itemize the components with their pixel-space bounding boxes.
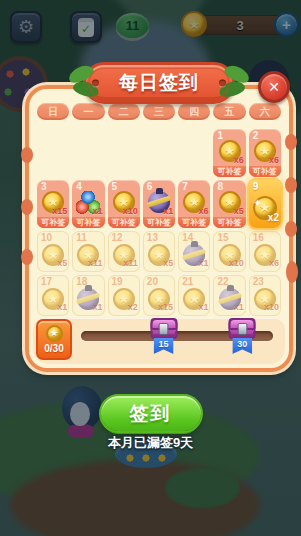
- day-cell-11: 11x11: [72, 231, 104, 272]
- frame-bump: [285, 177, 297, 193]
- reward-qty: x6: [269, 155, 279, 165]
- reward-qty: x2: [128, 302, 138, 312]
- frame-bump: [21, 199, 33, 215]
- day-cell-7[interactable]: 7x6可补签: [178, 180, 210, 228]
- day-number: 12: [112, 232, 123, 243]
- reward-qty: x5: [163, 258, 173, 268]
- day-number: 17: [41, 276, 52, 287]
- reward-qty: x11: [88, 258, 103, 268]
- day-cell-12: 12x11: [108, 231, 140, 272]
- day-number: 20: [147, 276, 158, 287]
- milestone-flag: 15: [154, 338, 174, 354]
- reward-qty: x10: [264, 302, 279, 312]
- frame-bump: [286, 261, 298, 283]
- weekday-pill: 一: [72, 103, 104, 120]
- close-icon: ✕: [268, 79, 280, 95]
- signin-dialog: 每日签到 ✕ 日一二三四五六 1x6可补签2x6可补签3x15可补签4x1可补签…: [25, 85, 293, 372]
- frame-bump: [285, 134, 297, 150]
- weekday-pill: 四: [178, 103, 210, 120]
- empty-cell: [143, 129, 175, 177]
- day-cell-14: 14x1: [178, 231, 210, 272]
- chest-icon[interactable]: [150, 318, 177, 339]
- progress-track: 1530: [81, 331, 273, 341]
- reward-qty: x6: [198, 206, 208, 216]
- reward-qty: x1: [57, 302, 67, 312]
- progress-band: 0/30 1530: [33, 318, 285, 364]
- day-cell-6[interactable]: 6x1可补签: [143, 180, 175, 228]
- day-cell-15: 15x10: [213, 231, 245, 272]
- close-button[interactable]: ✕: [258, 71, 290, 103]
- day-cell-16: 16x6: [249, 231, 281, 272]
- day-cell-10: 10x5: [37, 231, 69, 272]
- reward-qty: x6: [234, 155, 244, 165]
- day-cell-22: 22x1: [213, 275, 245, 316]
- day-cell-19: 19x2: [108, 275, 140, 316]
- retro-sign-ribbon: 可补签: [72, 217, 104, 228]
- weekday-pill: 二: [108, 103, 140, 120]
- reward-qty: x1: [234, 302, 244, 312]
- day-number: 11: [76, 232, 87, 243]
- reward-qty: x11: [123, 258, 138, 268]
- reward-qty: x1: [198, 258, 208, 268]
- day-number: 16: [253, 232, 264, 243]
- weekday-row: 日一二三四五六: [37, 103, 281, 120]
- day-number: 19: [112, 276, 123, 287]
- day-cell-4[interactable]: 4x1可补签: [72, 180, 104, 228]
- reward-qty: x15: [52, 206, 67, 216]
- day-cell-20: 20x15: [143, 275, 175, 316]
- reward-qty: x6: [269, 258, 279, 268]
- reward-qty: x1: [93, 302, 103, 312]
- day-number: 23: [253, 276, 264, 287]
- day-number: 13: [147, 232, 158, 243]
- retro-sign-ribbon: 可补签: [108, 217, 140, 228]
- retro-sign-ribbon: 可补签: [213, 166, 245, 177]
- sign-in-button[interactable]: 签到: [101, 396, 201, 431]
- retro-sign-ribbon: 可补签: [37, 217, 69, 228]
- milestone-flag: 30: [232, 338, 252, 354]
- screw-icon: [92, 80, 99, 87]
- screw-icon: [219, 80, 226, 87]
- retro-sign-ribbon: 可补签: [143, 217, 175, 228]
- day-number: 10: [41, 232, 52, 243]
- day-cell-18: 18x1: [72, 275, 104, 316]
- progress-count: 0/30: [44, 343, 63, 354]
- day-cell-17: 17x1: [37, 275, 69, 316]
- day-cell-13: 13x5: [143, 231, 175, 272]
- day-cell-8[interactable]: 8x5可补签: [213, 180, 245, 228]
- day-cell-9[interactable]: 9x2: [249, 180, 281, 228]
- reward-qty: x1: [93, 206, 103, 216]
- dialog-title-banner: 每日签到: [83, 62, 235, 104]
- empty-cell: [178, 129, 210, 177]
- day-cell-23: 23x10: [249, 275, 281, 316]
- empty-cell: [72, 129, 104, 177]
- dialog-title: 每日签到: [119, 70, 199, 96]
- reward-qty: x1: [163, 206, 173, 216]
- milestone-15: 15: [150, 318, 177, 354]
- missed-note: 本月已漏签9天: [0, 434, 301, 452]
- day-number: 15: [217, 232, 228, 243]
- retro-sign-ribbon: 可补签: [178, 217, 210, 228]
- day-cell-21: 21x1: [178, 275, 210, 316]
- reward-qty: x5: [234, 206, 244, 216]
- calendar-grid: 1x6可补签2x6可补签3x15可补签4x1可补签5x10可补签6x1可补签7x…: [37, 129, 281, 316]
- weekday-pill: 日: [37, 103, 69, 120]
- frame-bump: [21, 147, 33, 163]
- weekday-pill: 五: [213, 103, 245, 120]
- weekday-pill: 六: [249, 103, 281, 120]
- weekday-pill: 三: [143, 103, 175, 120]
- chest-icon[interactable]: [229, 318, 256, 339]
- retro-sign-ribbon: 可补签: [213, 217, 245, 228]
- day-number: 21: [182, 276, 193, 287]
- star-coin-icon: [46, 325, 63, 342]
- empty-cell: [37, 129, 69, 177]
- day-cell-3[interactable]: 3x15可补签: [37, 180, 69, 228]
- frame-bump: [21, 249, 33, 265]
- day-cell-2[interactable]: 2x6可补签: [249, 129, 281, 177]
- progress-badge: 0/30: [36, 319, 72, 360]
- empty-cell: [108, 129, 140, 177]
- frame-bump: [285, 221, 297, 237]
- day-cell-5[interactable]: 5x10可补签: [108, 180, 140, 228]
- reward-qty: x2: [268, 212, 279, 223]
- reward-qty: x10: [123, 206, 138, 216]
- day-cell-1[interactable]: 1x6可补签: [213, 129, 245, 177]
- game-screen: ⚙ ✓ 11 3 + 每日签到 ✕ 日一二三四五六: [0, 0, 301, 536]
- day-number: 9: [253, 181, 259, 192]
- milestone-30: 30: [229, 318, 256, 354]
- reward-qty: x10: [229, 258, 244, 268]
- reward-qty: x15: [158, 302, 173, 312]
- retro-sign-ribbon: 可补签: [249, 166, 281, 177]
- reward-qty: x5: [57, 258, 67, 268]
- reward-qty: x1: [198, 302, 208, 312]
